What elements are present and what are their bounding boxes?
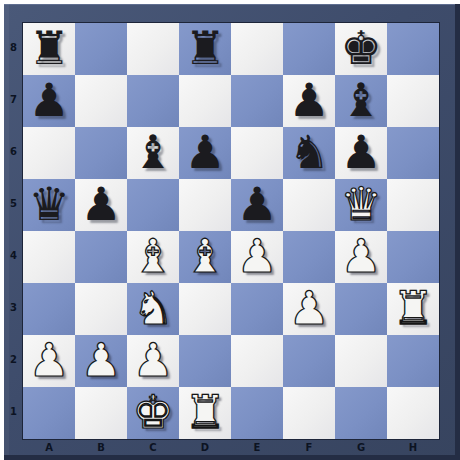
square-h8[interactable] xyxy=(387,23,439,75)
square-f8[interactable] xyxy=(283,23,335,75)
square-e4[interactable]: ♟ xyxy=(231,231,283,283)
black-pawn-d6[interactable]: ♟ xyxy=(184,126,225,178)
file-label-h: H xyxy=(387,440,439,457)
white-rook-d1[interactable]: ♜ xyxy=(184,386,225,438)
square-c4[interactable]: ♝ xyxy=(127,231,179,283)
square-h7[interactable] xyxy=(387,75,439,127)
file-label-g: G xyxy=(335,440,387,457)
square-d6[interactable]: ♟ xyxy=(179,127,231,179)
square-a8[interactable]: ♜ xyxy=(23,23,75,75)
square-f5[interactable] xyxy=(283,179,335,231)
square-a3[interactable] xyxy=(23,283,75,335)
square-a4[interactable] xyxy=(23,231,75,283)
square-e7[interactable] xyxy=(231,75,283,127)
square-f4[interactable] xyxy=(283,231,335,283)
black-queen-a5[interactable]: ♛ xyxy=(28,178,69,230)
square-f1[interactable] xyxy=(283,387,335,439)
square-d7[interactable] xyxy=(179,75,231,127)
square-a6[interactable] xyxy=(23,127,75,179)
white-bishop-c4[interactable]: ♝ xyxy=(132,230,173,282)
square-a5[interactable]: ♛ xyxy=(23,179,75,231)
square-h6[interactable] xyxy=(387,127,439,179)
file-labels: ABCDEFGH xyxy=(23,440,439,457)
square-c2[interactable]: ♟ xyxy=(127,335,179,387)
square-g3[interactable] xyxy=(335,283,387,335)
rank-label-4: 4 xyxy=(6,230,21,282)
square-f3[interactable]: ♟ xyxy=(283,283,335,335)
square-d4[interactable]: ♝ xyxy=(179,231,231,283)
file-label-a: A xyxy=(23,440,75,457)
white-pawn-e4[interactable]: ♟ xyxy=(236,230,277,282)
square-b7[interactable] xyxy=(75,75,127,127)
square-h4[interactable] xyxy=(387,231,439,283)
file-label-f: F xyxy=(283,440,335,457)
square-c6[interactable]: ♝ xyxy=(127,127,179,179)
square-d2[interactable] xyxy=(179,335,231,387)
square-g8[interactable]: ♚ xyxy=(335,23,387,75)
black-knight-f6[interactable]: ♞ xyxy=(288,126,329,178)
square-b8[interactable] xyxy=(75,23,127,75)
rank-label-6: 6 xyxy=(6,126,21,178)
square-c5[interactable] xyxy=(127,179,179,231)
white-pawn-b2[interactable]: ♟ xyxy=(80,334,121,386)
rank-label-7: 7 xyxy=(6,74,21,126)
square-c8[interactable] xyxy=(127,23,179,75)
black-rook-a8[interactable]: ♜ xyxy=(28,22,69,74)
white-knight-c3[interactable]: ♞ xyxy=(132,282,173,334)
square-b2[interactable]: ♟ xyxy=(75,335,127,387)
square-e6[interactable] xyxy=(231,127,283,179)
white-rook-h3[interactable]: ♜ xyxy=(392,282,433,334)
square-b5[interactable]: ♟ xyxy=(75,179,127,231)
square-d1[interactable]: ♜ xyxy=(179,387,231,439)
square-g6[interactable]: ♟ xyxy=(335,127,387,179)
square-c7[interactable] xyxy=(127,75,179,127)
white-pawn-a2[interactable]: ♟ xyxy=(28,334,69,386)
square-b6[interactable] xyxy=(75,127,127,179)
white-queen-g5[interactable]: ♛ xyxy=(340,178,381,230)
black-king-g8[interactable]: ♚ xyxy=(340,22,381,74)
white-pawn-c2[interactable]: ♟ xyxy=(132,334,173,386)
square-f2[interactable] xyxy=(283,335,335,387)
chess-board: ♜♜♚♟♟♝♝♟♞♟♛♟♟♛♝♝♟♟♞♟♜♟♟♟♚♜ xyxy=(22,22,440,440)
square-h5[interactable] xyxy=(387,179,439,231)
white-king-c1[interactable]: ♚ xyxy=(132,386,173,438)
square-e1[interactable] xyxy=(231,387,283,439)
square-g7[interactable]: ♝ xyxy=(335,75,387,127)
square-f6[interactable]: ♞ xyxy=(283,127,335,179)
square-a2[interactable]: ♟ xyxy=(23,335,75,387)
square-g4[interactable]: ♟ xyxy=(335,231,387,283)
black-bishop-g7[interactable]: ♝ xyxy=(340,74,381,126)
square-h1[interactable] xyxy=(387,387,439,439)
white-pawn-g4[interactable]: ♟ xyxy=(340,230,381,282)
rank-label-5: 5 xyxy=(6,178,21,230)
square-d3[interactable] xyxy=(179,283,231,335)
square-g5[interactable]: ♛ xyxy=(335,179,387,231)
rank-label-1: 1 xyxy=(6,386,21,438)
square-e8[interactable] xyxy=(231,23,283,75)
square-b1[interactable] xyxy=(75,387,127,439)
white-pawn-f3[interactable]: ♟ xyxy=(288,282,329,334)
rank-label-2: 2 xyxy=(6,334,21,386)
black-pawn-g6[interactable]: ♟ xyxy=(340,126,381,178)
file-label-d: D xyxy=(179,440,231,457)
square-b3[interactable] xyxy=(75,283,127,335)
square-b4[interactable] xyxy=(75,231,127,283)
black-bishop-c6[interactable]: ♝ xyxy=(132,126,173,178)
black-pawn-a7[interactable]: ♟ xyxy=(28,74,69,126)
black-rook-d8[interactable]: ♜ xyxy=(184,22,225,74)
file-label-b: B xyxy=(75,440,127,457)
square-g1[interactable] xyxy=(335,387,387,439)
square-a1[interactable] xyxy=(23,387,75,439)
square-g2[interactable] xyxy=(335,335,387,387)
rank-label-8: 8 xyxy=(6,22,21,74)
file-label-e: E xyxy=(231,440,283,457)
square-e3[interactable] xyxy=(231,283,283,335)
black-pawn-e5[interactable]: ♟ xyxy=(236,178,277,230)
square-h3[interactable]: ♜ xyxy=(387,283,439,335)
square-e5[interactable]: ♟ xyxy=(231,179,283,231)
file-label-c: C xyxy=(127,440,179,457)
square-c1[interactable]: ♚ xyxy=(127,387,179,439)
rank-labels: 87654321 xyxy=(6,22,21,438)
white-bishop-d4[interactable]: ♝ xyxy=(184,230,225,282)
black-pawn-f7[interactable]: ♟ xyxy=(288,74,329,126)
chess-board-widget: 87654321 ♜♜♚♟♟♝♝♟♞♟♛♟♟♛♝♝♟♟♞♟♜♟♟♟♚♜ ABCD… xyxy=(4,4,460,460)
square-d8[interactable]: ♜ xyxy=(179,23,231,75)
square-d5[interactable] xyxy=(179,179,231,231)
square-h2[interactable] xyxy=(387,335,439,387)
square-a7[interactable]: ♟ xyxy=(23,75,75,127)
square-e2[interactable] xyxy=(231,335,283,387)
rank-label-3: 3 xyxy=(6,282,21,334)
black-pawn-b5[interactable]: ♟ xyxy=(80,178,121,230)
square-c3[interactable]: ♞ xyxy=(127,283,179,335)
square-f7[interactable]: ♟ xyxy=(283,75,335,127)
